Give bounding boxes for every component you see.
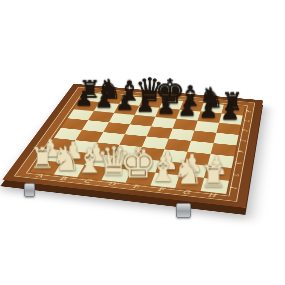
- board-rail: ♜♞♝♛♚♝♞♜♟♟♟♟♟♟♟♟♟♟♟♟♟♟♟♟♜♞♝♛♚♝♞♜ ABCDEFG…: [14, 87, 255, 202]
- left-clasp-hinge: [24, 183, 35, 197]
- front-latch-clasp: [176, 203, 191, 218]
- square-e5[interactable]: [147, 126, 173, 138]
- piece-white-rook[interactable]: ♜: [180, 162, 246, 192]
- board-frame: ♜♞♝♛♚♝♞♜♟♟♟♟♟♟♟♟♟♟♟♟♟♟♟♟♜♞♝♛♚♝♞♜ ABCDEFG…: [2, 84, 263, 208]
- square-h1[interactable]: ♜: [201, 178, 229, 194]
- square-a5[interactable]: [61, 118, 88, 130]
- square-g5[interactable]: [191, 131, 216, 144]
- board-squares: ♜♞♝♛♚♝♞♜♟♟♟♟♟♟♟♟♟♟♟♟♟♟♟♟♜♞♝♛♚♝♞♜: [29, 92, 245, 195]
- chess-set-photo: ♜♞♝♛♚♝♞♜♟♟♟♟♟♟♟♟♟♟♟♟♟♟♟♟♜♞♝♛♚♝♞♜ ABCDEFG…: [0, 0, 285, 285]
- chess-board: ♜♞♝♛♚♝♞♜♟♟♟♟♟♟♟♟♟♟♟♟♟♟♟♟♜♞♝♛♚♝♞♜ ABCDEFG…: [2, 84, 263, 208]
